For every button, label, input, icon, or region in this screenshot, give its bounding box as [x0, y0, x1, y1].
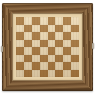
- square-d3[interactable]: [40, 55, 48, 63]
- square-b3[interactable]: [24, 55, 32, 63]
- square-d8[interactable]: [40, 17, 48, 25]
- square-b6[interactable]: [24, 32, 32, 40]
- square-f3[interactable]: [55, 55, 63, 63]
- square-a1[interactable]: [16, 70, 24, 78]
- square-a5[interactable]: [16, 40, 24, 48]
- square-c4[interactable]: [32, 47, 40, 55]
- square-g5[interactable]: [63, 40, 71, 48]
- square-f5[interactable]: [55, 40, 63, 48]
- square-b2[interactable]: [24, 62, 32, 70]
- square-g7[interactable]: [63, 25, 71, 33]
- square-a3[interactable]: [16, 55, 24, 63]
- square-a8[interactable]: [16, 17, 24, 25]
- board-grid: [16, 17, 79, 77]
- square-b8[interactable]: [24, 17, 32, 25]
- square-f8[interactable]: [55, 17, 63, 25]
- square-c8[interactable]: [32, 17, 40, 25]
- square-h3[interactable]: [71, 55, 79, 63]
- square-d2[interactable]: [40, 62, 48, 70]
- square-d4[interactable]: [40, 47, 48, 55]
- square-f2[interactable]: [55, 62, 63, 70]
- square-g6[interactable]: [63, 32, 71, 40]
- photo-background: [0, 0, 96, 96]
- square-h1[interactable]: [71, 70, 79, 78]
- square-e1[interactable]: [48, 70, 56, 78]
- square-g8[interactable]: [63, 17, 71, 25]
- frame-right-rail: [82, 4, 92, 90]
- square-g1[interactable]: [63, 70, 71, 78]
- square-h7[interactable]: [71, 25, 79, 33]
- square-e7[interactable]: [48, 25, 56, 33]
- square-h6[interactable]: [71, 32, 79, 40]
- square-b7[interactable]: [24, 25, 32, 33]
- square-a7[interactable]: [16, 25, 24, 33]
- square-e6[interactable]: [48, 32, 56, 40]
- chessboard: [2, 3, 93, 91]
- square-h4[interactable]: [71, 47, 79, 55]
- square-e4[interactable]: [48, 47, 56, 55]
- square-h8[interactable]: [71, 17, 79, 25]
- square-b4[interactable]: [24, 47, 32, 55]
- square-g4[interactable]: [63, 47, 71, 55]
- square-e2[interactable]: [48, 62, 56, 70]
- square-c1[interactable]: [32, 70, 40, 78]
- square-g2[interactable]: [63, 62, 71, 70]
- square-b1[interactable]: [24, 70, 32, 78]
- hinge-right: [92, 43, 94, 49]
- square-e8[interactable]: [48, 17, 56, 25]
- square-b5[interactable]: [24, 40, 32, 48]
- square-d7[interactable]: [40, 25, 48, 33]
- square-a6[interactable]: [16, 32, 24, 40]
- square-f6[interactable]: [55, 32, 63, 40]
- square-c2[interactable]: [32, 62, 40, 70]
- hinge-left: [1, 46, 3, 52]
- square-h2[interactable]: [71, 62, 79, 70]
- square-f7[interactable]: [55, 25, 63, 33]
- square-c3[interactable]: [32, 55, 40, 63]
- square-f4[interactable]: [55, 47, 63, 55]
- square-g3[interactable]: [63, 55, 71, 63]
- square-d6[interactable]: [40, 32, 48, 40]
- square-e5[interactable]: [48, 40, 56, 48]
- square-h5[interactable]: [71, 40, 79, 48]
- square-c6[interactable]: [32, 32, 40, 40]
- square-f1[interactable]: [55, 70, 63, 78]
- square-c7[interactable]: [32, 25, 40, 33]
- square-c5[interactable]: [32, 40, 40, 48]
- square-d1[interactable]: [40, 70, 48, 78]
- square-d5[interactable]: [40, 40, 48, 48]
- square-a2[interactable]: [16, 62, 24, 70]
- square-a4[interactable]: [16, 47, 24, 55]
- square-e3[interactable]: [48, 55, 56, 63]
